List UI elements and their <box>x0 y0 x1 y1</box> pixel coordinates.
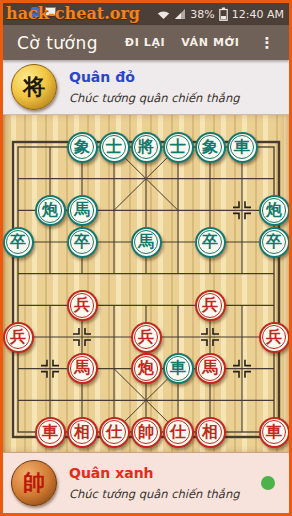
player-top-piece-icon: 将 <box>11 64 57 110</box>
piece-xanh-卒-c2r3[interactable]: 卒 <box>67 227 98 258</box>
status-bar: hack-cheat.org 38% 12:40 AM <box>3 3 289 25</box>
piece-xanh-象-c6r0[interactable]: 象 <box>195 132 226 163</box>
battery-percent: 38% <box>190 8 214 21</box>
player-bar-top: 将 Quân đỏ Chúc tướng quân chiến thắng <box>3 60 289 115</box>
piece-do-兵-c6r5[interactable]: 兵 <box>195 290 226 321</box>
piece-xanh-馬-c4r3[interactable]: 馬 <box>131 227 162 258</box>
piece-xanh-車-c7r0[interactable]: 車 <box>227 132 258 163</box>
screenshot-root: hack-cheat.org 38% 12:40 AM Cờ tướng ĐI … <box>0 0 292 516</box>
piece-do-仕-c3r9[interactable]: 仕 <box>99 417 130 448</box>
battery-icon <box>219 7 228 21</box>
clock-text: 12:40 AM <box>232 8 284 21</box>
piece-xanh-將-c4r0[interactable]: 將 <box>131 132 162 163</box>
piece-do-兵-c0r6[interactable]: 兵 <box>3 322 34 353</box>
piece-xanh-象-c2r0[interactable]: 象 <box>67 132 98 163</box>
player-top-name: Quân đỏ <box>69 69 240 85</box>
piece-do-相-c2r9[interactable]: 相 <box>67 417 98 448</box>
piece-xanh-卒-c6r3[interactable]: 卒 <box>195 227 226 258</box>
new-game-button[interactable]: VÁN MỚI <box>181 36 239 49</box>
turn-status-dot <box>261 476 275 490</box>
app-bar-actions: ĐI LẠI VÁN MỚI ⋮ <box>125 34 279 52</box>
piece-xanh-車-c5r7[interactable]: 車 <box>163 353 194 384</box>
piece-xanh-炮-c8r2[interactable]: 炮 <box>259 195 290 226</box>
app-content: hack-cheat.org 38% 12:40 AM Cờ tướng ĐI … <box>3 3 289 513</box>
undo-button[interactable]: ĐI LẠI <box>125 36 165 49</box>
piece-xanh-卒-c0r3[interactable]: 卒 <box>3 227 34 258</box>
player-bar-bottom: 帥 Quân xanh Chúc tướng quân chiến thắng <box>3 452 289 513</box>
app-title: Cờ tướng <box>17 33 98 53</box>
watermark-text: hack-cheat.org <box>6 4 140 23</box>
piece-do-馬-c6r7[interactable]: 馬 <box>195 353 226 384</box>
xiangqi-board[interactable]: 象士將士象車炮馬炮卒卒馬卒卒車兵兵兵兵兵馬炮馬車相仕帥仕相車 <box>3 115 289 452</box>
player-bottom-motto: Chúc tướng quân chiến thắng <box>69 487 240 501</box>
overflow-menu-icon[interactable]: ⋮ <box>255 34 279 52</box>
piece-do-兵-c4r6[interactable]: 兵 <box>131 322 162 353</box>
player-top-motto: Chúc tướng quân chiến thắng <box>69 91 240 105</box>
player-bottom-text: Quân xanh Chúc tướng quân chiến thắng <box>69 465 240 501</box>
piece-xanh-士-c5r0[interactable]: 士 <box>163 132 194 163</box>
piece-do-車-c1r9[interactable]: 車 <box>35 417 66 448</box>
piece-xanh-士-c3r0[interactable]: 士 <box>99 132 130 163</box>
player-bottom-piece-icon: 帥 <box>11 460 57 506</box>
piece-do-相-c6r9[interactable]: 相 <box>195 417 226 448</box>
piece-do-車-c8r9[interactable]: 車 <box>259 417 290 448</box>
player-bottom-name: Quân xanh <box>69 465 240 481</box>
piece-do-兵-c2r5[interactable]: 兵 <box>67 290 98 321</box>
player-top-text: Quân đỏ Chúc tướng quân chiến thắng <box>69 69 240 105</box>
piece-xanh-炮-c1r2[interactable]: 炮 <box>35 195 66 226</box>
piece-do-仕-c5r9[interactable]: 仕 <box>163 417 194 448</box>
signal-icon <box>174 9 186 20</box>
piece-xanh-卒-c8r3[interactable]: 卒 <box>259 227 290 258</box>
piece-do-炮-c4r7[interactable]: 炮 <box>131 353 162 384</box>
piece-do-兵-c8r6[interactable]: 兵 <box>259 322 290 353</box>
wifi-icon <box>157 9 170 20</box>
piece-xanh-馬-c2r2[interactable]: 馬 <box>67 195 98 226</box>
piece-do-帥-c4r9[interactable]: 帥 <box>131 417 162 448</box>
piece-do-馬-c2r7[interactable]: 馬 <box>67 353 98 384</box>
app-bar: Cờ tướng ĐI LẠI VÁN MỚI ⋮ <box>3 25 289 60</box>
status-indicators: 38% 12:40 AM <box>157 3 284 25</box>
